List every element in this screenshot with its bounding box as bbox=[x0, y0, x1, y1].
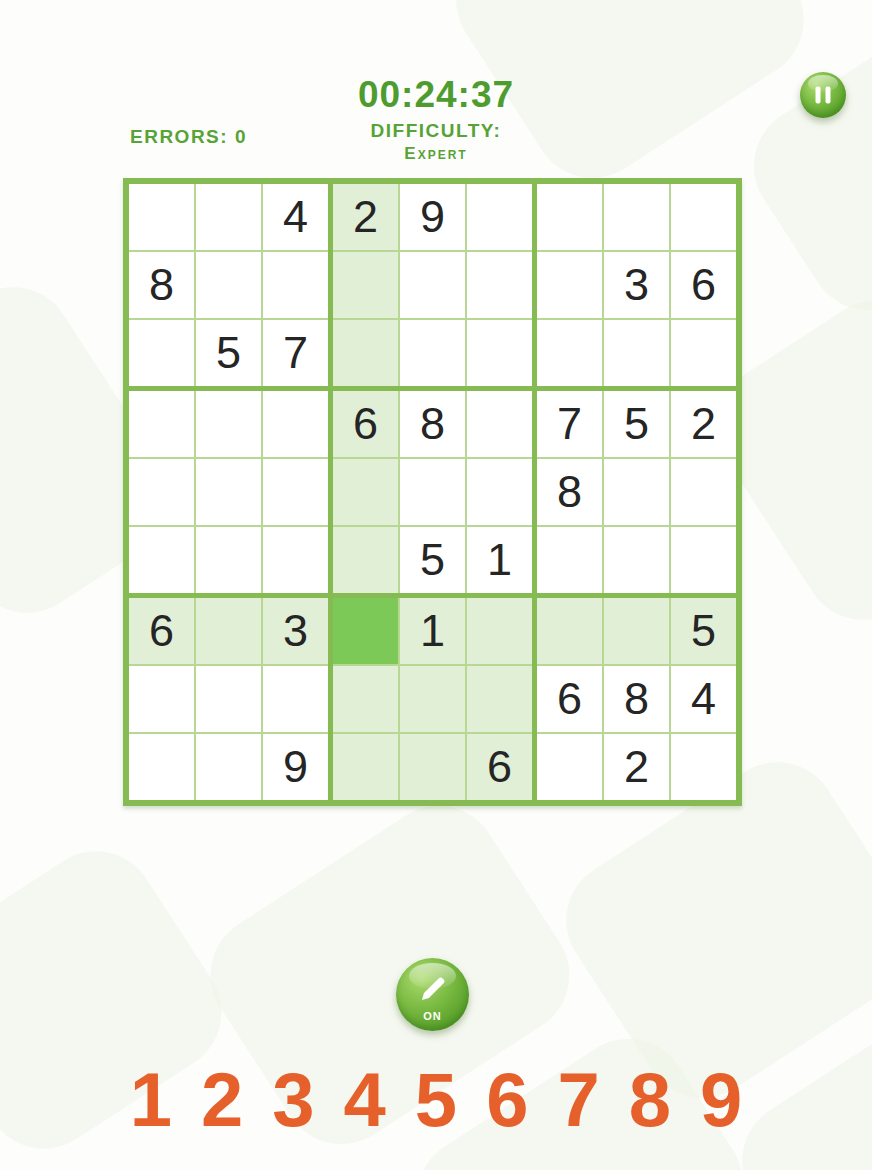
cell-r3c8[interactable] bbox=[604, 320, 669, 386]
cell-r3c6[interactable] bbox=[467, 320, 532, 386]
cell-r7c2[interactable] bbox=[196, 598, 261, 664]
numpad-button-4[interactable]: 4 bbox=[344, 1062, 386, 1138]
cell-r9c9[interactable] bbox=[671, 734, 736, 800]
numpad-button-6[interactable]: 6 bbox=[486, 1062, 528, 1138]
cell-r1c4[interactable]: 2 bbox=[333, 184, 398, 250]
cell-r3c2[interactable]: 5 bbox=[196, 320, 261, 386]
cell-r9c7[interactable] bbox=[537, 734, 602, 800]
cell-r4c5[interactable]: 8 bbox=[400, 391, 465, 457]
cell-r7c9[interactable]: 5 bbox=[671, 598, 736, 664]
cell-r8c5[interactable] bbox=[400, 666, 465, 732]
cell-r2c7[interactable] bbox=[537, 252, 602, 318]
cell-r4c1[interactable] bbox=[129, 391, 194, 457]
numpad-button-8[interactable]: 8 bbox=[629, 1062, 671, 1138]
cell-r6c4[interactable] bbox=[333, 527, 398, 593]
cell-r6c8[interactable] bbox=[604, 527, 669, 593]
sudoku-box-7: 639 bbox=[129, 598, 328, 800]
header-center: 00:24:37 DIFFICULTY: Expert bbox=[0, 74, 872, 164]
numpad-button-5[interactable]: 5 bbox=[415, 1062, 457, 1138]
cell-r8c2[interactable] bbox=[196, 666, 261, 732]
cell-r5c4[interactable] bbox=[333, 459, 398, 525]
cell-r9c2[interactable] bbox=[196, 734, 261, 800]
sudoku-box-8: 16 bbox=[333, 598, 532, 800]
numpad-button-9[interactable]: 9 bbox=[700, 1062, 742, 1138]
cell-r9c8[interactable]: 2 bbox=[604, 734, 669, 800]
cell-r1c2[interactable] bbox=[196, 184, 261, 250]
cell-r9c4[interactable] bbox=[333, 734, 398, 800]
cell-r1c3[interactable]: 4 bbox=[263, 184, 328, 250]
cell-r8c7[interactable]: 6 bbox=[537, 666, 602, 732]
cell-r3c9[interactable] bbox=[671, 320, 736, 386]
cell-r9c5[interactable] bbox=[400, 734, 465, 800]
cell-r4c8[interactable]: 5 bbox=[604, 391, 669, 457]
cell-r5c8[interactable] bbox=[604, 459, 669, 525]
cell-r8c6[interactable] bbox=[467, 666, 532, 732]
sudoku-app: ERRORS: 0 00:24:37 DIFFICULTY: Expert 48… bbox=[0, 0, 872, 1170]
cell-r8c9[interactable]: 4 bbox=[671, 666, 736, 732]
errors-counter: ERRORS: 0 bbox=[130, 126, 247, 148]
cell-r5c3[interactable] bbox=[263, 459, 328, 525]
cell-r6c9[interactable] bbox=[671, 527, 736, 593]
numpad-button-3[interactable]: 3 bbox=[272, 1062, 314, 1138]
cell-r6c7[interactable] bbox=[537, 527, 602, 593]
game-timer: 00:24:37 bbox=[0, 74, 872, 116]
cell-r5c2[interactable] bbox=[196, 459, 261, 525]
cell-r7c3[interactable]: 3 bbox=[263, 598, 328, 664]
cell-r9c6[interactable]: 6 bbox=[467, 734, 532, 800]
cell-r6c2[interactable] bbox=[196, 527, 261, 593]
cell-r7c4[interactable] bbox=[333, 598, 398, 664]
cell-r3c4[interactable] bbox=[333, 320, 398, 386]
cell-r2c9[interactable]: 6 bbox=[671, 252, 736, 318]
pencil-state-label: ON bbox=[396, 1010, 469, 1022]
sudoku-board[interactable]: 48572936685175286391656842 bbox=[123, 178, 742, 806]
cell-r4c2[interactable] bbox=[196, 391, 261, 457]
number-pad: 123456789 bbox=[0, 1062, 872, 1138]
cell-r1c8[interactable] bbox=[604, 184, 669, 250]
cell-r3c7[interactable] bbox=[537, 320, 602, 386]
cell-r5c7[interactable]: 8 bbox=[537, 459, 602, 525]
cell-r7c6[interactable] bbox=[467, 598, 532, 664]
cell-r3c5[interactable] bbox=[400, 320, 465, 386]
cell-r7c7[interactable] bbox=[537, 598, 602, 664]
cell-r2c4[interactable] bbox=[333, 252, 398, 318]
numpad-button-2[interactable]: 2 bbox=[201, 1062, 243, 1138]
cell-r6c3[interactable] bbox=[263, 527, 328, 593]
sudoku-box-1: 4857 bbox=[129, 184, 328, 386]
numpad-button-7[interactable]: 7 bbox=[557, 1062, 599, 1138]
cell-r2c2[interactable] bbox=[196, 252, 261, 318]
cell-r2c8[interactable]: 3 bbox=[604, 252, 669, 318]
cell-r2c5[interactable] bbox=[400, 252, 465, 318]
sudoku-box-4 bbox=[129, 391, 328, 593]
sudoku-box-2: 29 bbox=[333, 184, 532, 386]
pencil-toggle-button[interactable]: ON bbox=[396, 958, 469, 1031]
cell-r3c3[interactable]: 7 bbox=[263, 320, 328, 386]
cell-r1c5[interactable]: 9 bbox=[400, 184, 465, 250]
cell-r2c6[interactable] bbox=[467, 252, 532, 318]
cell-r5c1[interactable] bbox=[129, 459, 194, 525]
cell-r1c7[interactable] bbox=[537, 184, 602, 250]
cell-r8c4[interactable] bbox=[333, 666, 398, 732]
cell-r2c3[interactable] bbox=[263, 252, 328, 318]
cell-r6c6[interactable]: 1 bbox=[467, 527, 532, 593]
cell-r6c1[interactable] bbox=[129, 527, 194, 593]
cell-r4c4[interactable]: 6 bbox=[333, 391, 398, 457]
cell-r1c1[interactable] bbox=[129, 184, 194, 250]
cell-r9c3[interactable]: 9 bbox=[263, 734, 328, 800]
cell-r9c1[interactable] bbox=[129, 734, 194, 800]
cell-r4c3[interactable] bbox=[263, 391, 328, 457]
cell-r4c7[interactable]: 7 bbox=[537, 391, 602, 457]
cell-r1c6[interactable] bbox=[467, 184, 532, 250]
cell-r5c6[interactable] bbox=[467, 459, 532, 525]
cell-r5c5[interactable] bbox=[400, 459, 465, 525]
sudoku-box-9: 56842 bbox=[537, 598, 736, 800]
cell-r7c5[interactable]: 1 bbox=[400, 598, 465, 664]
sudoku-box-6: 7528 bbox=[537, 391, 736, 593]
cell-r7c1[interactable]: 6 bbox=[129, 598, 194, 664]
cell-r2c1[interactable]: 8 bbox=[129, 252, 194, 318]
cell-r1c9[interactable] bbox=[671, 184, 736, 250]
pause-button[interactable] bbox=[800, 72, 846, 118]
cell-r6c5[interactable]: 5 bbox=[400, 527, 465, 593]
sudoku-box-3: 36 bbox=[537, 184, 736, 386]
pause-icon bbox=[816, 87, 831, 104]
cell-r5c9[interactable] bbox=[671, 459, 736, 525]
cell-r4c9[interactable]: 2 bbox=[671, 391, 736, 457]
cell-r3c1[interactable] bbox=[129, 320, 194, 386]
cell-r7c8[interactable] bbox=[604, 598, 669, 664]
cell-r8c1[interactable] bbox=[129, 666, 194, 732]
cell-r8c8[interactable]: 8 bbox=[604, 666, 669, 732]
pencil-icon bbox=[416, 972, 450, 1006]
sudoku-box-5: 6851 bbox=[333, 391, 532, 593]
numpad-button-1[interactable]: 1 bbox=[130, 1062, 172, 1138]
cell-r4c6[interactable] bbox=[467, 391, 532, 457]
cell-r8c3[interactable] bbox=[263, 666, 328, 732]
